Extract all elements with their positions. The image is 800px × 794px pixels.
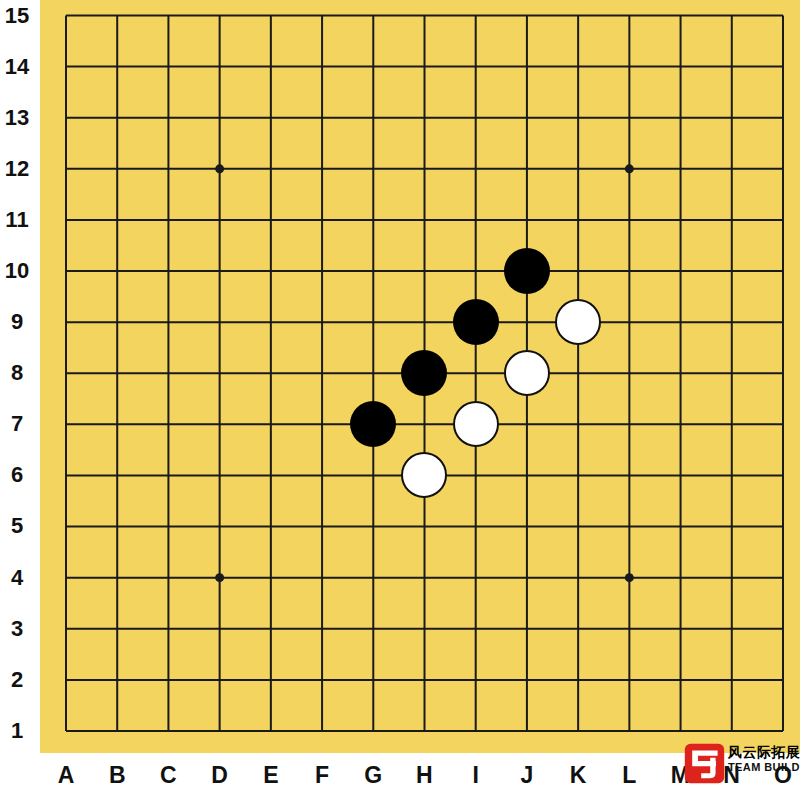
col-label-K: K <box>552 756 603 794</box>
row-label-9: 9 <box>0 297 34 348</box>
col-label-E: E <box>245 756 296 794</box>
black-stone-H8 <box>401 350 447 396</box>
row-label-3: 3 <box>0 603 34 654</box>
black-stone-I9 <box>453 299 499 345</box>
col-label-D: D <box>194 756 245 794</box>
row-coordinate-labels: 151413121110987654321 <box>0 0 34 757</box>
row-label-6: 6 <box>0 450 34 501</box>
col-label-C: C <box>143 756 194 794</box>
row-label-12: 12 <box>0 143 34 194</box>
board <box>40 0 800 757</box>
col-label-I: I <box>450 756 501 794</box>
col-label-B: B <box>92 756 143 794</box>
row-label-11: 11 <box>0 194 34 245</box>
col-label-F: F <box>296 756 347 794</box>
col-label-A: A <box>40 756 91 794</box>
brand-name-english: TEAM BUILDING <box>728 761 800 774</box>
white-stone-K9 <box>555 299 601 345</box>
col-label-L: L <box>604 756 655 794</box>
col-label-G: G <box>348 756 399 794</box>
row-label-13: 13 <box>0 92 34 143</box>
row-label-2: 2 <box>0 654 34 705</box>
black-stone-G7 <box>350 401 396 447</box>
row-label-10: 10 <box>0 245 34 296</box>
black-stone-J10 <box>504 248 550 294</box>
white-stone-I7 <box>453 401 499 447</box>
brand-icon <box>684 743 725 784</box>
col-label-H: H <box>399 756 450 794</box>
col-label-J: J <box>501 756 552 794</box>
white-stone-J8 <box>504 350 550 396</box>
row-label-5: 5 <box>0 501 34 552</box>
row-label-4: 4 <box>0 552 34 603</box>
row-label-14: 14 <box>0 41 34 92</box>
watermark-logo: 风云际拓展 TEAM BUILDING <box>684 743 800 784</box>
row-label-7: 7 <box>0 399 34 450</box>
row-label-15: 15 <box>0 0 34 41</box>
gomoku-diagram: 151413121110987654321 ABCDEFGHIJKLMNO 风云… <box>0 0 800 794</box>
row-label-1: 1 <box>0 705 34 756</box>
white-stone-H6 <box>401 452 447 498</box>
brand-name-chinese: 风云际拓展 <box>728 743 800 761</box>
row-label-8: 8 <box>0 348 34 399</box>
